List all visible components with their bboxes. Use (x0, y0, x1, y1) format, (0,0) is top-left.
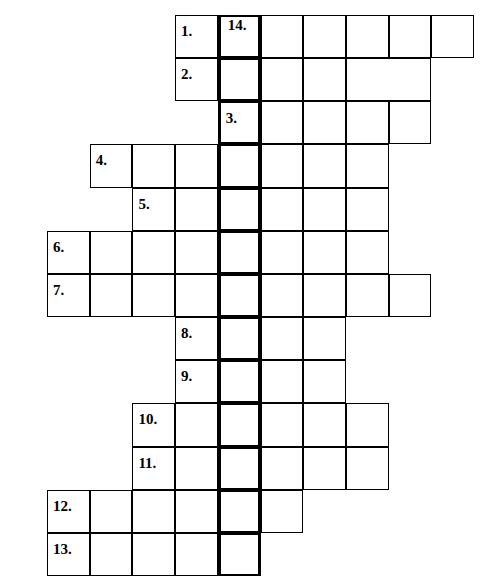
answer-cell-r12-c3[interactable] (132, 490, 175, 533)
answer-cell-r6-c7[interactable] (303, 231, 346, 274)
answer-cell-r9-c7[interactable] (303, 360, 346, 403)
keyword-cell-r8-c5[interactable] (218, 317, 261, 360)
answer-cell-r5-c6[interactable] (261, 188, 304, 231)
answer-cell-r10-c6[interactable] (261, 403, 304, 446)
clue-number-11: 11. (138, 456, 156, 471)
answer-cell-r2-c8[interactable] (346, 58, 431, 101)
crossword-grid: 1.14.2.3.4.5.6.7.8.9.10.11.12.13. (47, 15, 474, 576)
clue-number-14: 14. (228, 18, 247, 33)
answer-cell-r1-c10[interactable] (431, 15, 474, 58)
answer-cell-r7-c9[interactable] (389, 274, 432, 317)
answer-cell-r1-c7[interactable] (303, 15, 346, 58)
keyword-cell-r9-c5[interactable] (218, 360, 261, 403)
answer-cell-r1-c4[interactable]: 1. (175, 15, 218, 58)
answer-cell-r10-c3[interactable]: 10. (132, 403, 175, 446)
clue-number-5: 5. (138, 197, 149, 212)
answer-cell-r13-c4[interactable] (175, 533, 218, 576)
answer-cell-r2-c7[interactable] (303, 58, 346, 101)
keyword-cell-r2-c5[interactable] (218, 58, 261, 101)
keyword-cell-r12-c5[interactable] (218, 490, 261, 533)
answer-cell-r5-c4[interactable] (175, 188, 218, 231)
keyword-cell-r4-c5[interactable] (218, 144, 261, 187)
answer-cell-r4-c7[interactable] (303, 144, 346, 187)
clue-number-1: 1. (181, 24, 192, 39)
answer-cell-r12-c2[interactable] (90, 490, 133, 533)
answer-cell-r5-c3[interactable]: 5. (132, 188, 175, 231)
answer-cell-r6-c1[interactable]: 6. (47, 231, 90, 274)
answer-cell-r3-c6[interactable] (261, 101, 304, 144)
answer-cell-r4-c3[interactable] (132, 144, 175, 187)
answer-cell-r3-c8[interactable] (346, 101, 389, 144)
answer-cell-r11-c4[interactable] (175, 447, 218, 490)
answer-cell-r3-c7[interactable] (303, 101, 346, 144)
answer-cell-r10-c4[interactable] (175, 403, 218, 446)
keyword-cell-r11-c5[interactable] (218, 447, 261, 490)
answer-cell-r8-c4[interactable]: 8. (175, 317, 218, 360)
clue-number-4: 4. (96, 153, 107, 168)
keyword-cell-r1-c5[interactable]: 14. (218, 15, 261, 58)
keyword-cell-r10-c5[interactable] (218, 403, 261, 446)
answer-cell-r10-c7[interactable] (303, 403, 346, 446)
answer-cell-r7-c1[interactable]: 7. (47, 274, 90, 317)
answer-cell-r6-c2[interactable] (90, 231, 133, 274)
clue-number-6: 6. (53, 240, 64, 255)
answer-cell-r11-c3[interactable]: 11. (132, 447, 175, 490)
answer-cell-r1-c9[interactable] (389, 15, 432, 58)
answer-cell-r2-c6[interactable] (261, 58, 304, 101)
answer-cell-r1-c6[interactable] (261, 15, 304, 58)
answer-cell-r9-c4[interactable]: 9. (175, 360, 218, 403)
answer-cell-r12-c6[interactable] (261, 490, 304, 533)
answer-cell-r8-c6[interactable] (261, 317, 304, 360)
keyword-cell-r13-c5[interactable] (218, 533, 261, 576)
keyword-cell-r5-c5[interactable] (218, 188, 261, 231)
answer-cell-r4-c2[interactable]: 4. (90, 144, 133, 187)
answer-cell-r4-c4[interactable] (175, 144, 218, 187)
answer-cell-r13-c3[interactable] (132, 533, 175, 576)
answer-cell-r6-c3[interactable] (132, 231, 175, 274)
answer-cell-r1-c8[interactable] (346, 15, 389, 58)
answer-cell-r6-c4[interactable] (175, 231, 218, 274)
answer-cell-r7-c4[interactable] (175, 274, 218, 317)
answer-cell-r13-c2[interactable] (90, 533, 133, 576)
clue-number-7: 7. (53, 283, 64, 298)
answer-cell-r5-c7[interactable] (303, 188, 346, 231)
answer-cell-r8-c7[interactable] (303, 317, 346, 360)
answer-cell-r10-c8[interactable] (346, 403, 389, 446)
keyword-cell-r3-c5[interactable]: 3. (218, 101, 261, 144)
keyword-cell-r6-c5[interactable] (218, 231, 261, 274)
answer-cell-r3-c9[interactable] (389, 101, 432, 144)
answer-cell-r5-c8[interactable] (346, 188, 389, 231)
answer-cell-r6-c6[interactable] (261, 231, 304, 274)
crossword-page: 1.14.2.3.4.5.6.7.8.9.10.11.12.13. (0, 0, 500, 582)
answer-cell-r7-c2[interactable] (90, 274, 133, 317)
clue-number-3: 3. (226, 111, 237, 126)
clue-number-13: 13. (53, 542, 72, 557)
answer-cell-r7-c3[interactable] (132, 274, 175, 317)
clue-number-9: 9. (181, 369, 192, 384)
answer-cell-r2-c4[interactable]: 2. (175, 58, 218, 101)
clue-number-2: 2. (181, 67, 192, 82)
clue-number-8: 8. (181, 326, 192, 341)
clue-number-12: 12. (53, 499, 72, 514)
answer-cell-r4-c6[interactable] (261, 144, 304, 187)
answer-cell-r7-c8[interactable] (346, 274, 389, 317)
answer-cell-r12-c4[interactable] (175, 490, 218, 533)
keyword-cell-r7-c5[interactable] (218, 274, 261, 317)
answer-cell-r11-c8[interactable] (346, 447, 389, 490)
answer-cell-r7-c6[interactable] (261, 274, 304, 317)
clue-number-10: 10. (138, 412, 157, 427)
answer-cell-r13-c1[interactable]: 13. (47, 533, 90, 576)
answer-cell-r12-c1[interactable]: 12. (47, 490, 90, 533)
answer-cell-r9-c6[interactable] (261, 360, 304, 403)
answer-cell-r4-c8[interactable] (346, 144, 389, 187)
answer-cell-r11-c7[interactable] (303, 447, 346, 490)
answer-cell-r6-c8[interactable] (346, 231, 389, 274)
answer-cell-r11-c6[interactable] (261, 447, 304, 490)
answer-cell-r7-c7[interactable] (303, 274, 346, 317)
